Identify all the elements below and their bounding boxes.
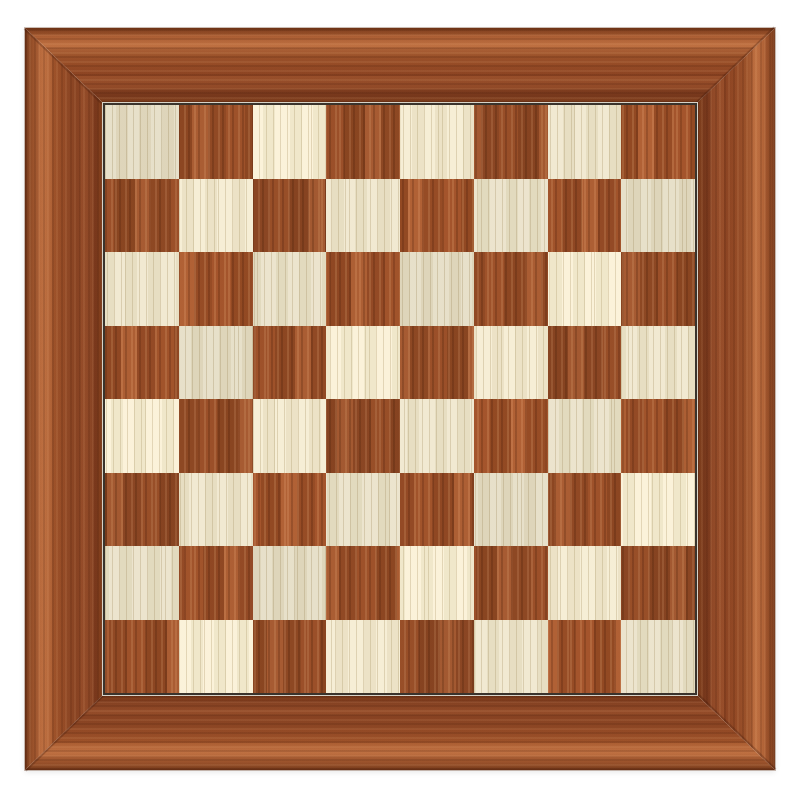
square-f6[interactable] [474, 252, 548, 326]
square-g7[interactable] [548, 179, 622, 253]
square-e6[interactable] [400, 252, 474, 326]
square-f5[interactable] [474, 326, 548, 400]
square-b6[interactable] [179, 252, 253, 326]
square-g5[interactable] [548, 326, 622, 400]
square-e3[interactable] [400, 473, 474, 547]
square-g2[interactable] [548, 546, 622, 620]
square-g8[interactable] [548, 105, 622, 179]
square-g6[interactable] [548, 252, 622, 326]
square-b8[interactable] [179, 105, 253, 179]
square-d1[interactable] [326, 620, 400, 694]
square-b5[interactable] [179, 326, 253, 400]
square-a6[interactable] [105, 252, 179, 326]
square-h6[interactable] [621, 252, 695, 326]
board-frame-right [697, 28, 775, 770]
square-h1[interactable] [621, 620, 695, 694]
square-e8[interactable] [400, 105, 474, 179]
square-c5[interactable] [253, 326, 327, 400]
square-c4[interactable] [253, 399, 327, 473]
square-d7[interactable] [326, 179, 400, 253]
square-c6[interactable] [253, 252, 327, 326]
square-d8[interactable] [326, 105, 400, 179]
square-d2[interactable] [326, 546, 400, 620]
board-frame-top [25, 28, 775, 103]
square-b3[interactable] [179, 473, 253, 547]
square-d6[interactable] [326, 252, 400, 326]
square-a1[interactable] [105, 620, 179, 694]
square-c7[interactable] [253, 179, 327, 253]
square-f7[interactable] [474, 179, 548, 253]
square-a7[interactable] [105, 179, 179, 253]
board-frame-left [25, 28, 103, 770]
board-grid [105, 105, 695, 693]
board-frame-bottom [25, 695, 775, 770]
square-e4[interactable] [400, 399, 474, 473]
square-e5[interactable] [400, 326, 474, 400]
square-e1[interactable] [400, 620, 474, 694]
square-b7[interactable] [179, 179, 253, 253]
square-f4[interactable] [474, 399, 548, 473]
square-e2[interactable] [400, 546, 474, 620]
square-b2[interactable] [179, 546, 253, 620]
square-e7[interactable] [400, 179, 474, 253]
square-d5[interactable] [326, 326, 400, 400]
square-h4[interactable] [621, 399, 695, 473]
square-d3[interactable] [326, 473, 400, 547]
square-a3[interactable] [105, 473, 179, 547]
square-f3[interactable] [474, 473, 548, 547]
square-a4[interactable] [105, 399, 179, 473]
square-h2[interactable] [621, 546, 695, 620]
square-d4[interactable] [326, 399, 400, 473]
product-photo [0, 0, 801, 800]
square-h5[interactable] [621, 326, 695, 400]
square-c1[interactable] [253, 620, 327, 694]
square-f1[interactable] [474, 620, 548, 694]
square-b4[interactable] [179, 399, 253, 473]
square-h7[interactable] [621, 179, 695, 253]
square-a2[interactable] [105, 546, 179, 620]
square-c2[interactable] [253, 546, 327, 620]
square-g1[interactable] [548, 620, 622, 694]
square-h3[interactable] [621, 473, 695, 547]
square-a5[interactable] [105, 326, 179, 400]
square-g3[interactable] [548, 473, 622, 547]
square-b1[interactable] [179, 620, 253, 694]
square-f8[interactable] [474, 105, 548, 179]
square-h8[interactable] [621, 105, 695, 179]
square-c3[interactable] [253, 473, 327, 547]
square-g4[interactable] [548, 399, 622, 473]
square-f2[interactable] [474, 546, 548, 620]
square-c8[interactable] [253, 105, 327, 179]
square-a8[interactable] [105, 105, 179, 179]
inner-border-line [103, 103, 697, 695]
chess-board [25, 28, 775, 770]
